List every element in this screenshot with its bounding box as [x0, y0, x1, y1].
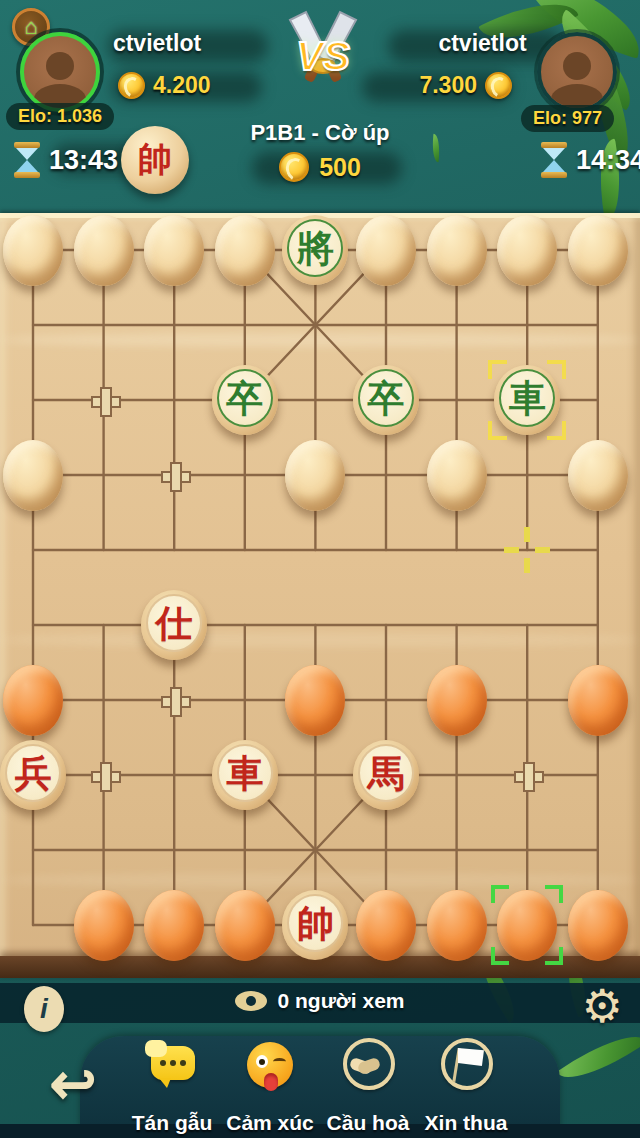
- board-point-c2r3[interactable]: [68, 363, 139, 438]
- point-marker: [514, 762, 540, 788]
- board-point-c7r6[interactable]: [421, 588, 492, 663]
- hourglass-icon: [541, 142, 567, 178]
- board-point-c6r8[interactable]: 馬: [351, 738, 422, 813]
- board-pieces: 將卒卒車仕兵車馬帥: [0, 213, 633, 963]
- board-point-c1r5[interactable]: [0, 513, 68, 588]
- piece-character: 仕: [156, 605, 193, 642]
- board-point-c1r2[interactable]: [0, 288, 68, 363]
- board-point-c2r8[interactable]: [68, 738, 139, 813]
- yellow-crosshair-highlight: [504, 527, 550, 573]
- board-point-c3r1[interactable]: [139, 213, 210, 288]
- board-point-c3r3[interactable]: [139, 363, 210, 438]
- hidden-piece-green-side[interactable]: [427, 440, 487, 511]
- hidden-piece-green-side[interactable]: [3, 440, 63, 511]
- hidden-piece-red-side[interactable]: [74, 890, 134, 961]
- board-point-c7r2[interactable]: [421, 288, 492, 363]
- hidden-piece-green-side[interactable]: [497, 215, 557, 286]
- hidden-piece-red-side[interactable]: [427, 890, 487, 961]
- board-point-c1r8[interactable]: 兵: [0, 738, 68, 813]
- emotion-label: Cảm xúc: [226, 1111, 314, 1135]
- board-point-c6r2[interactable]: [351, 288, 422, 363]
- board-point-c7r7[interactable]: [421, 663, 492, 738]
- right-player-avatar[interactable]: [537, 32, 617, 112]
- board-point-c4r5[interactable]: [209, 513, 280, 588]
- board-point-c2r7[interactable]: [68, 663, 139, 738]
- board-point-c8r4[interactable]: [492, 438, 563, 513]
- piece-red-帥[interactable]: 帥: [282, 890, 348, 960]
- back-arrow-icon: ↩: [50, 1049, 97, 1117]
- board-point-c8r10[interactable]: [492, 888, 563, 963]
- board-point-c1r9[interactable]: [0, 813, 68, 888]
- chat-button[interactable]: Tán gẫu: [124, 1040, 220, 1135]
- hidden-piece-red-side[interactable]: [285, 665, 345, 736]
- piece-character: 卒: [367, 380, 404, 417]
- chat-bubble-icon: [145, 1040, 199, 1088]
- board-point-c3r10[interactable]: [139, 888, 210, 963]
- hidden-piece-red-side[interactable]: [215, 890, 275, 961]
- coin-icon: [279, 152, 309, 182]
- hidden-piece-green-side[interactable]: [3, 215, 63, 286]
- hidden-piece-red-side[interactable]: [568, 890, 628, 961]
- board-point-c4r10[interactable]: [209, 888, 280, 963]
- board-point-c6r3[interactable]: 卒: [351, 363, 422, 438]
- board-point-c6r4[interactable]: [351, 438, 422, 513]
- right-player-name: ctvietlot: [410, 30, 555, 57]
- chat-label: Tán gẫu: [132, 1111, 213, 1135]
- board-point-c8r5[interactable]: [492, 513, 563, 588]
- board-point-c7r4[interactable]: [421, 438, 492, 513]
- board-point-c4r2[interactable]: [209, 288, 280, 363]
- board-point-c2r4[interactable]: [68, 438, 139, 513]
- board-point-c8r9[interactable]: [492, 813, 563, 888]
- board-point-c8r3[interactable]: 車: [492, 363, 563, 438]
- board-point-c8r8[interactable]: [492, 738, 563, 813]
- board-point-c5r4[interactable]: [280, 438, 351, 513]
- point-marker: [91, 762, 117, 788]
- board-point-c5r3[interactable]: [280, 363, 351, 438]
- back-button[interactable]: ↩: [38, 1048, 108, 1118]
- piece-character: 馬: [367, 755, 404, 792]
- info-button[interactable]: i: [24, 986, 64, 1032]
- board-point-c1r6[interactable]: [0, 588, 68, 663]
- board-point-c5r9[interactable]: [280, 813, 351, 888]
- board-point-c6r7[interactable]: [351, 663, 422, 738]
- point-marker: [161, 687, 187, 713]
- board-point-c9r2[interactable]: [562, 288, 633, 363]
- board-point-c5r10[interactable]: 帥: [280, 888, 351, 963]
- gear-icon: ⚙: [581, 983, 622, 1029]
- board-point-c1r3[interactable]: [0, 363, 68, 438]
- board-point-c3r4[interactable]: [139, 438, 210, 513]
- xiangqi-board: 將卒卒車仕兵車馬帥: [0, 213, 640, 978]
- board-point-c4r1[interactable]: [209, 213, 280, 288]
- board-point-c1r4[interactable]: [0, 438, 68, 513]
- board-point-c3r9[interactable]: [139, 813, 210, 888]
- board-point-c7r1[interactable]: [421, 213, 492, 288]
- left-player-name: ctvietlot: [92, 30, 222, 57]
- board-point-c4r4[interactable]: [209, 438, 280, 513]
- hidden-piece-red-side[interactable]: [427, 665, 487, 736]
- board-point-c2r10[interactable]: [68, 888, 139, 963]
- board-point-c4r6[interactable]: [209, 588, 280, 663]
- board-point-c8r2[interactable]: [492, 288, 563, 363]
- board-point-c7r9[interactable]: [421, 813, 492, 888]
- resign-button[interactable]: Xin thua: [418, 1040, 514, 1135]
- board-point-c6r6[interactable]: [351, 588, 422, 663]
- right-player-elo: Elo: 977: [521, 105, 614, 132]
- board-point-c8r6[interactable]: [492, 588, 563, 663]
- settings-button[interactable]: ⚙: [578, 982, 626, 1030]
- board-point-c7r3[interactable]: [421, 363, 492, 438]
- handshake-icon: [341, 1040, 395, 1088]
- board-point-c2r1[interactable]: [68, 213, 139, 288]
- board-point-c7r5[interactable]: [421, 513, 492, 588]
- draw-offer-button[interactable]: Cầu hoà: [320, 1040, 416, 1135]
- draw-label: Cầu hoà: [327, 1111, 410, 1135]
- green-brackets-highlight: [491, 885, 563, 965]
- board-point-c6r9[interactable]: [351, 813, 422, 888]
- board-point-c2r5[interactable]: [68, 513, 139, 588]
- piece-red-馬[interactable]: 馬: [353, 740, 419, 810]
- emoji-face-icon: [243, 1040, 297, 1088]
- piece-red-車[interactable]: 車: [212, 740, 278, 810]
- board-point-c1r7[interactable]: [0, 663, 68, 738]
- point-marker: [161, 462, 187, 488]
- board-point-c1r10[interactable]: [0, 888, 68, 963]
- board-point-c9r6[interactable]: [562, 588, 633, 663]
- piece-character: 將: [297, 230, 334, 267]
- hidden-piece-red-side[interactable]: [3, 665, 63, 736]
- piece-character: 帥: [297, 905, 334, 942]
- info-icon: i: [40, 993, 48, 1025]
- coin-icon: [485, 72, 512, 99]
- board-point-c8r1[interactable]: [492, 213, 563, 288]
- board-point-c4r3[interactable]: 卒: [209, 363, 280, 438]
- board-point-c2r9[interactable]: [68, 813, 139, 888]
- board-point-c5r5[interactable]: [280, 513, 351, 588]
- match-stake: 500: [319, 153, 361, 182]
- board-point-c2r6[interactable]: [68, 588, 139, 663]
- board-point-c3r7[interactable]: [139, 663, 210, 738]
- home-icon: ⌂: [24, 16, 37, 38]
- board-point-c4r7[interactable]: [209, 663, 280, 738]
- piece-green-卒[interactable]: 卒: [353, 365, 419, 435]
- hidden-piece-green-side[interactable]: [568, 440, 628, 511]
- board-point-c9r7[interactable]: [562, 663, 633, 738]
- hidden-piece-red-side[interactable]: [144, 890, 204, 961]
- board-point-c4r8[interactable]: 車: [209, 738, 280, 813]
- piece-green-將[interactable]: 將: [282, 215, 348, 285]
- board-point-c9r4[interactable]: [562, 438, 633, 513]
- right-player-coins: 7.300: [419, 72, 477, 99]
- hidden-piece-green-side[interactable]: [568, 215, 628, 286]
- board-point-c9r5[interactable]: [562, 513, 633, 588]
- right-player-timer: 14:34: [576, 145, 640, 176]
- board-point-c5r6[interactable]: [280, 588, 351, 663]
- emotion-button[interactable]: Cảm xúc: [222, 1040, 318, 1135]
- hidden-piece-green-side[interactable]: [215, 215, 275, 286]
- white-flag-icon: [439, 1040, 493, 1088]
- piece-green-卒[interactable]: 卒: [212, 365, 278, 435]
- piece-red-仕[interactable]: 仕: [141, 590, 207, 660]
- hidden-piece-green-side[interactable]: [285, 440, 345, 511]
- board-point-c3r8[interactable]: [139, 738, 210, 813]
- board-point-c9r1[interactable]: [562, 213, 633, 288]
- hidden-piece-green-side[interactable]: [356, 215, 416, 286]
- board-point-c5r1[interactable]: 將: [280, 213, 351, 288]
- board-point-c6r5[interactable]: [351, 513, 422, 588]
- board-point-c7r8[interactable]: [421, 738, 492, 813]
- game-screen: ⌂ ctvietlot 4.200 Elo: 1.036 13:43 帥 VS …: [0, 0, 640, 1138]
- board-point-c5r8[interactable]: [280, 738, 351, 813]
- hidden-piece-green-side[interactable]: [144, 215, 204, 286]
- board-point-c1r1[interactable]: [0, 213, 68, 288]
- board-point-c5r2[interactable]: [280, 288, 351, 363]
- left-player-coins: 4.200: [153, 72, 211, 99]
- board-point-c9r8[interactable]: [562, 738, 633, 813]
- left-player-avatar[interactable]: [20, 32, 100, 112]
- hidden-piece-red-side[interactable]: [568, 665, 628, 736]
- vs-label: VS: [268, 34, 378, 79]
- piece-character: 車: [226, 755, 263, 792]
- yellow-brackets-highlight: [488, 360, 566, 440]
- board-point-c4r9[interactable]: [209, 813, 280, 888]
- resign-label: Xin thua: [425, 1111, 508, 1135]
- board-point-c3r5[interactable]: [139, 513, 210, 588]
- board-point-c3r2[interactable]: [139, 288, 210, 363]
- board-point-c6r1[interactable]: [351, 213, 422, 288]
- hidden-piece-green-side[interactable]: [74, 215, 134, 286]
- point-marker: [91, 387, 117, 413]
- hidden-piece-red-side[interactable]: [356, 890, 416, 961]
- spectator-count: 0 người xem: [277, 989, 404, 1013]
- coin-icon: [118, 72, 145, 99]
- board-point-c3r6[interactable]: 仕: [139, 588, 210, 663]
- board-point-c7r10[interactable]: [421, 888, 492, 963]
- vs-logo: VS: [268, 10, 378, 106]
- board-point-c5r7[interactable]: [280, 663, 351, 738]
- piece-red-兵[interactable]: 兵: [0, 740, 66, 810]
- board-point-c6r10[interactable]: [351, 888, 422, 963]
- eye-icon: [235, 991, 267, 1011]
- board-point-c8r7[interactable]: [492, 663, 563, 738]
- hidden-piece-green-side[interactable]: [427, 215, 487, 286]
- board-point-c2r2[interactable]: [68, 288, 139, 363]
- piece-character: 卒: [226, 380, 263, 417]
- board-point-c9r10[interactable]: [562, 888, 633, 963]
- board-point-c9r3[interactable]: [562, 363, 633, 438]
- board-point-c9r9[interactable]: [562, 813, 633, 888]
- piece-character: 兵: [15, 755, 52, 792]
